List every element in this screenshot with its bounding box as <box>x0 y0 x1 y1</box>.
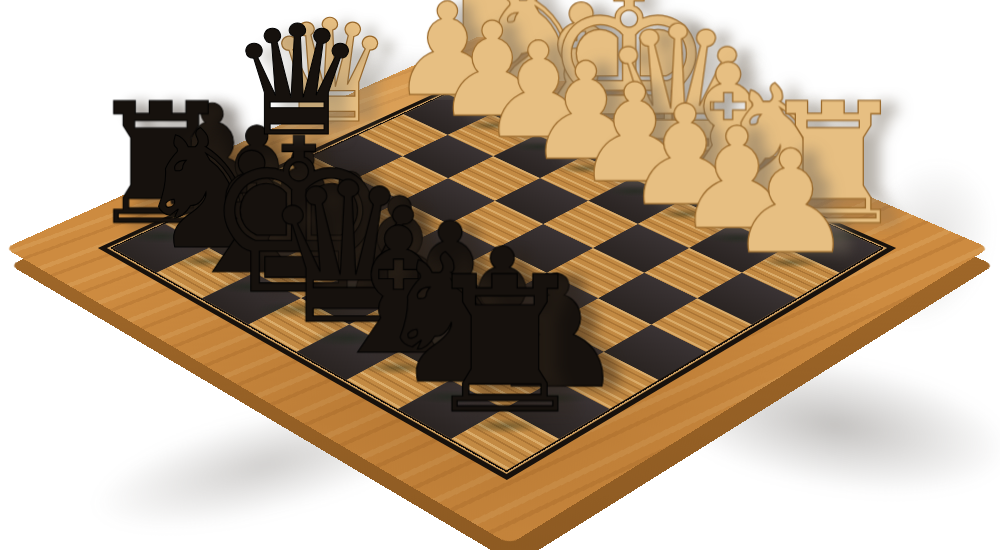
board-pinstripe-border: ♜♞♝♚♛♝♞♜♟♟♟♟♟♟♟♟♟♟♟♟♟♟♟♟♜♞♝♚♛♝♞♜ <box>98 68 896 480</box>
extra-black-queen[interactable]: ♛ <box>229 6 365 158</box>
board-pinstripe-gap: ♜♞♝♚♛♝♞♜♟♟♟♟♟♟♟♟♟♟♟♟♟♟♟♟♜♞♝♚♛♝♞♜ <box>107 72 887 474</box>
square-a4[interactable] <box>651 298 752 352</box>
playing-area: ♜♞♝♚♛♝♞♜♟♟♟♟♟♟♟♟♟♟♟♟♟♟♟♟♜♞♝♚♛♝♞♜ <box>110 73 884 472</box>
white-pawn-a2[interactable]: ♟ <box>727 130 855 272</box>
square-a8[interactable]: ♜ <box>451 409 559 470</box>
chess-board: ♜♞♝♚♛♝♞♜♟♟♟♟♟♟♟♟♟♟♟♟♟♟♟♟♜♞♝♚♛♝♞♜ <box>5 32 989 544</box>
black-rook-a8[interactable]: ♜ <box>421 251 589 439</box>
chess-set-product-photo: ♜♞♝♚♛♝♞♜♟♟♟♟♟♟♟♟♟♟♟♟♟♟♟♟♜♞♝♚♛♝♞♜ ♛ ♛ <box>0 0 1000 550</box>
board-3d-scene: ♜♞♝♚♛♝♞♜♟♟♟♟♟♟♟♟♟♟♟♟♟♟♟♟♜♞♝♚♛♝♞♜ <box>0 0 1000 550</box>
